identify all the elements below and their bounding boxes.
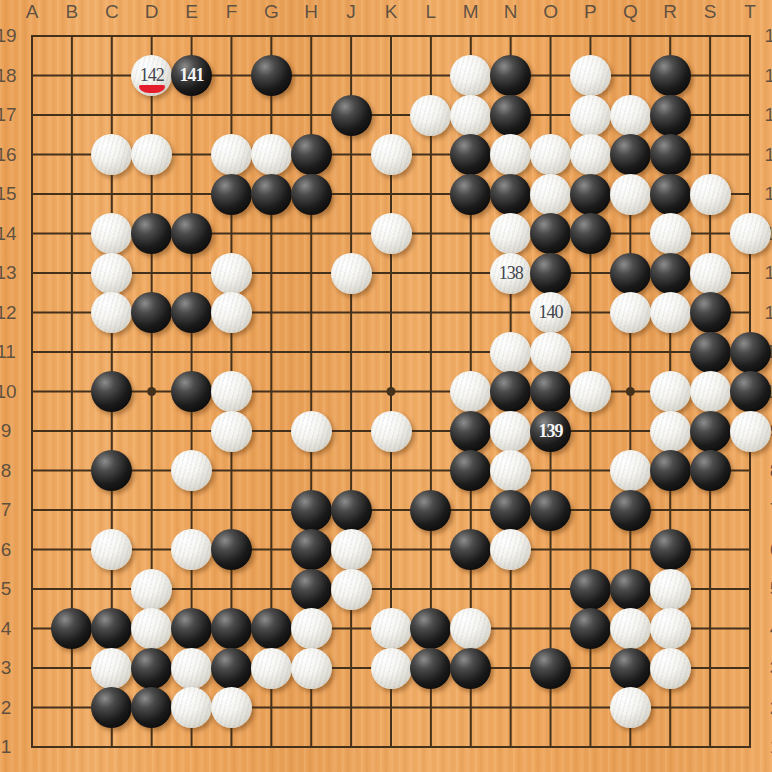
white-stone-f13[interactable]	[211, 253, 252, 294]
white-stone-k9[interactable]	[371, 411, 412, 452]
row-label-left-10: 10	[0, 380, 25, 404]
black-stone-d14[interactable]	[131, 213, 172, 254]
white-stone-c16[interactable]	[91, 134, 132, 175]
black-stone-g15[interactable]	[251, 174, 292, 215]
white-stone-m17[interactable]	[450, 95, 491, 136]
white-stone-k4[interactable]	[371, 608, 412, 649]
white-stone-f2[interactable]	[211, 687, 252, 728]
white-stone-n14[interactable]	[490, 213, 531, 254]
white-stone-m18[interactable]	[450, 55, 491, 96]
black-stone-r13[interactable]	[650, 253, 691, 294]
black-stone-m3[interactable]	[450, 648, 491, 689]
black-stone-f15[interactable]	[211, 174, 252, 215]
black-stone-l3[interactable]	[410, 648, 451, 689]
row-label-right-6: 6	[762, 538, 772, 562]
black-stone-o7[interactable]	[530, 490, 571, 531]
row-label-right-19: 19	[762, 24, 772, 48]
star-point	[147, 387, 156, 396]
white-stone-q17[interactable]	[610, 95, 651, 136]
black-stone-p4[interactable]	[570, 608, 611, 649]
black-stone-e4[interactable]	[171, 608, 212, 649]
black-stone-r8[interactable]	[650, 450, 691, 491]
row-label-right-2: 2	[762, 696, 772, 720]
white-stone-f16[interactable]	[211, 134, 252, 175]
black-stone-p5[interactable]	[570, 569, 611, 610]
black-stone-d2[interactable]	[131, 687, 172, 728]
star-point	[626, 387, 635, 396]
white-stone-q8[interactable]	[610, 450, 651, 491]
row-label-left-15: 15	[0, 182, 25, 206]
black-stone-e12[interactable]	[171, 292, 212, 333]
black-stone-n18[interactable]	[490, 55, 531, 96]
white-stone-q12[interactable]	[610, 292, 651, 333]
white-stone-k16[interactable]	[371, 134, 412, 175]
white-stone-k3[interactable]	[371, 648, 412, 689]
row-label-left-19: 19	[0, 24, 25, 48]
black-stone-s12[interactable]	[690, 292, 731, 333]
white-stone-e3[interactable]	[171, 648, 212, 689]
black-stone-g4[interactable]	[251, 608, 292, 649]
white-stone-g16[interactable]	[251, 134, 292, 175]
column-label-r: R	[650, 0, 690, 24]
white-stone-f9[interactable]	[211, 411, 252, 452]
white-stone-k14[interactable]	[371, 213, 412, 254]
move-number-label: 140	[539, 292, 563, 333]
black-stone-p14[interactable]	[570, 213, 611, 254]
row-label-right-4: 4	[762, 617, 772, 641]
black-stone-c4[interactable]	[91, 608, 132, 649]
white-stone-f12[interactable]	[211, 292, 252, 333]
column-label-h: H	[291, 0, 331, 24]
white-stone-o11[interactable]	[530, 332, 571, 373]
white-stone-q4[interactable]	[610, 608, 651, 649]
column-label-d: D	[132, 0, 172, 24]
white-stone-n11[interactable]	[490, 332, 531, 373]
black-stone-e10[interactable]	[171, 371, 212, 412]
white-stone-p17[interactable]	[570, 95, 611, 136]
row-label-left-7: 7	[0, 498, 25, 522]
row-label-right-8: 8	[762, 459, 772, 483]
white-stone-j5[interactable]	[331, 569, 372, 610]
white-stone-j6[interactable]	[331, 529, 372, 570]
column-label-e: E	[172, 0, 212, 24]
column-label-p: P	[570, 0, 610, 24]
white-stone-n13[interactable]: 138	[490, 253, 531, 294]
column-label-c: C	[92, 0, 132, 24]
row-label-left-1: 1	[0, 735, 25, 759]
white-stone-h3[interactable]	[291, 648, 332, 689]
black-stone-n7[interactable]	[490, 490, 531, 531]
row-label-right-13: 13	[762, 261, 772, 285]
row-label-left-4: 4	[0, 617, 25, 641]
move-number-label: 142	[140, 55, 164, 96]
black-stone-f3[interactable]	[211, 648, 252, 689]
white-stone-o12[interactable]: 140	[530, 292, 571, 333]
black-stone-n10[interactable]	[490, 371, 531, 412]
row-label-right-3: 3	[762, 656, 772, 680]
go-board[interactable]: ABCDEFGHJKLMNOPQRST 19181716151413121110…	[0, 0, 772, 772]
black-stone-q13[interactable]	[610, 253, 651, 294]
row-label-left-5: 5	[0, 577, 25, 601]
white-stone-g3[interactable]	[251, 648, 292, 689]
white-stone-d5[interactable]	[131, 569, 172, 610]
black-stone-h7[interactable]	[291, 490, 332, 531]
row-label-right-15: 15	[762, 182, 772, 206]
black-stone-g18[interactable]	[251, 55, 292, 96]
white-stone-r5[interactable]	[650, 569, 691, 610]
black-stone-s9[interactable]	[690, 411, 731, 452]
black-stone-e14[interactable]	[171, 213, 212, 254]
black-stone-j17[interactable]	[331, 95, 372, 136]
row-label-right-5: 5	[762, 577, 772, 601]
move-number-label: 141	[180, 55, 204, 96]
white-stone-n16[interactable]	[490, 134, 531, 175]
white-stone-r3[interactable]	[650, 648, 691, 689]
row-label-left-6: 6	[0, 538, 25, 562]
black-stone-q16[interactable]	[610, 134, 651, 175]
white-stone-p10[interactable]	[570, 371, 611, 412]
black-stone-r17[interactable]	[650, 95, 691, 136]
column-label-s: S	[690, 0, 730, 24]
white-stone-h4[interactable]	[291, 608, 332, 649]
black-stone-r6[interactable]	[650, 529, 691, 570]
white-stone-h9[interactable]	[291, 411, 332, 452]
row-label-left-11: 11	[0, 340, 25, 364]
row-labels-left: 19181716151413121110987654321	[0, 0, 25, 772]
black-stone-d12[interactable]	[131, 292, 172, 333]
black-stone-m9[interactable]	[450, 411, 491, 452]
row-label-left-8: 8	[0, 459, 25, 483]
black-stone-o3[interactable]	[530, 648, 571, 689]
star-point	[387, 387, 396, 396]
black-stone-s8[interactable]	[690, 450, 731, 491]
white-stone-c3[interactable]	[91, 648, 132, 689]
column-label-m: M	[451, 0, 491, 24]
row-label-left-3: 3	[0, 656, 25, 680]
white-stone-c13[interactable]	[91, 253, 132, 294]
white-stone-d16[interactable]	[131, 134, 172, 175]
move-number-label: 139	[539, 411, 563, 452]
row-label-left-13: 13	[0, 261, 25, 285]
row-label-right-16: 16	[762, 143, 772, 167]
column-label-g: G	[251, 0, 291, 24]
black-stone-r15[interactable]	[650, 174, 691, 215]
black-stone-h5[interactable]	[291, 569, 332, 610]
black-stone-c2[interactable]	[91, 687, 132, 728]
white-stone-q2[interactable]	[610, 687, 651, 728]
black-stone-e18[interactable]: 141	[171, 55, 212, 96]
white-stone-p18[interactable]	[570, 55, 611, 96]
white-stone-f10[interactable]	[211, 371, 252, 412]
black-stone-h15[interactable]	[291, 174, 332, 215]
black-stone-r18[interactable]	[650, 55, 691, 96]
white-stone-e2[interactable]	[171, 687, 212, 728]
black-stone-h16[interactable]	[291, 134, 332, 175]
black-stone-h6[interactable]	[291, 529, 332, 570]
black-stone-n15[interactable]	[490, 174, 531, 215]
white-stone-o16[interactable]	[530, 134, 571, 175]
black-stone-m8[interactable]	[450, 450, 491, 491]
black-stone-s11[interactable]	[690, 332, 731, 373]
black-stone-l7[interactable]	[410, 490, 451, 531]
row-label-right-17: 17	[762, 103, 772, 127]
move-number-label: 138	[499, 253, 523, 294]
column-label-f: F	[211, 0, 251, 24]
row-label-right-12: 12	[762, 301, 772, 325]
black-stone-j7[interactable]	[331, 490, 372, 531]
white-stone-c12[interactable]	[91, 292, 132, 333]
white-stone-r4[interactable]	[650, 608, 691, 649]
black-stone-m6[interactable]	[450, 529, 491, 570]
white-stone-c14[interactable]	[91, 213, 132, 254]
white-stone-r9[interactable]	[650, 411, 691, 452]
row-label-left-18: 18	[0, 64, 25, 88]
white-stone-l17[interactable]	[410, 95, 451, 136]
black-stone-o13[interactable]	[530, 253, 571, 294]
black-stone-m15[interactable]	[450, 174, 491, 215]
column-label-b: B	[52, 0, 92, 24]
row-label-left-12: 12	[0, 301, 25, 325]
white-stone-r12[interactable]	[650, 292, 691, 333]
white-stone-s13[interactable]	[690, 253, 731, 294]
white-stone-o15[interactable]	[530, 174, 571, 215]
black-stone-n17[interactable]	[490, 95, 531, 136]
row-label-left-17: 17	[0, 103, 25, 127]
white-stone-n8[interactable]	[490, 450, 531, 491]
white-stone-s15[interactable]	[690, 174, 731, 215]
white-stone-q15[interactable]	[610, 174, 651, 215]
white-stone-p16[interactable]	[570, 134, 611, 175]
column-label-j: J	[331, 0, 371, 24]
black-stone-o10[interactable]	[530, 371, 571, 412]
white-stone-m10[interactable]	[450, 371, 491, 412]
row-label-right-1: 1	[762, 735, 772, 759]
row-label-left-9: 9	[0, 419, 25, 443]
black-stone-q5[interactable]	[610, 569, 651, 610]
black-stone-r16[interactable]	[650, 134, 691, 175]
white-stone-t14[interactable]	[730, 213, 771, 254]
black-stone-q7[interactable]	[610, 490, 651, 531]
column-label-k: K	[371, 0, 411, 24]
white-stone-s10[interactable]	[690, 371, 731, 412]
black-stone-o14[interactable]	[530, 213, 571, 254]
row-label-left-16: 16	[0, 143, 25, 167]
black-stone-p15[interactable]	[570, 174, 611, 215]
black-stone-o9[interactable]: 139	[530, 411, 571, 452]
white-stone-n6[interactable]	[490, 529, 531, 570]
column-label-n: N	[491, 0, 531, 24]
black-stone-c10[interactable]	[91, 371, 132, 412]
black-stone-t11[interactable]	[730, 332, 771, 373]
column-label-q: Q	[610, 0, 650, 24]
white-stone-n9[interactable]	[490, 411, 531, 452]
white-stone-c6[interactable]	[91, 529, 132, 570]
row-label-right-18: 18	[762, 64, 772, 88]
black-stone-c8[interactable]	[91, 450, 132, 491]
white-stone-r14[interactable]	[650, 213, 691, 254]
white-stone-j13[interactable]	[331, 253, 372, 294]
white-stone-d4[interactable]	[131, 608, 172, 649]
black-stone-t10[interactable]	[730, 371, 771, 412]
white-stone-t9[interactable]	[730, 411, 771, 452]
black-stone-d3[interactable]	[131, 648, 172, 689]
row-label-left-14: 14	[0, 222, 25, 246]
column-label-l: L	[411, 0, 451, 24]
black-stone-q3[interactable]	[610, 648, 651, 689]
white-stone-r10[interactable]	[650, 371, 691, 412]
white-stone-e6[interactable]	[171, 529, 212, 570]
white-stone-e8[interactable]	[171, 450, 212, 491]
white-stone-d18[interactable]: 142	[131, 55, 172, 96]
row-label-right-7: 7	[762, 498, 772, 522]
white-stone-m4[interactable]	[450, 608, 491, 649]
black-stone-f6[interactable]	[211, 529, 252, 570]
black-stone-m16[interactable]	[450, 134, 491, 175]
black-stone-f4[interactable]	[211, 608, 252, 649]
column-label-o: O	[531, 0, 571, 24]
row-label-left-2: 2	[0, 696, 25, 720]
